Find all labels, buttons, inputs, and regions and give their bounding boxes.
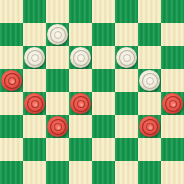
white-man[interactable] [70, 47, 91, 68]
square-r7c3 [69, 161, 92, 184]
square-r7c4[interactable] [92, 161, 115, 184]
red-man[interactable] [70, 93, 91, 114]
square-r1c4[interactable] [92, 23, 115, 46]
square-r0c5[interactable] [115, 0, 138, 23]
square-r1c1 [23, 23, 46, 46]
square-r6c3[interactable] [69, 138, 92, 161]
square-r1c2[interactable] [46, 23, 69, 46]
square-r0c1[interactable] [23, 0, 46, 23]
square-r4c2 [46, 92, 69, 115]
square-r4c6 [138, 92, 161, 115]
red-man[interactable] [47, 116, 68, 137]
square-r5c7 [161, 115, 184, 138]
square-r3c5 [115, 69, 138, 92]
square-r1c3 [69, 23, 92, 46]
square-r3c7 [161, 69, 184, 92]
square-r4c3[interactable] [69, 92, 92, 115]
square-r4c4 [92, 92, 115, 115]
white-man[interactable] [47, 24, 68, 45]
square-r7c7 [161, 161, 184, 184]
square-r3c6[interactable] [138, 69, 161, 92]
square-r2c3[interactable] [69, 46, 92, 69]
square-r7c6[interactable] [138, 161, 161, 184]
white-man[interactable] [24, 47, 45, 68]
square-r0c0 [0, 0, 23, 23]
square-r5c3 [69, 115, 92, 138]
square-r5c6[interactable] [138, 115, 161, 138]
square-r0c7[interactable] [161, 0, 184, 23]
white-man[interactable] [116, 47, 137, 68]
square-r2c6 [138, 46, 161, 69]
square-r6c0 [0, 138, 23, 161]
square-r2c2 [46, 46, 69, 69]
square-r5c5 [115, 115, 138, 138]
square-r3c4[interactable] [92, 69, 115, 92]
square-r3c0[interactable] [0, 69, 23, 92]
square-r5c1 [23, 115, 46, 138]
square-r2c7[interactable] [161, 46, 184, 69]
square-r1c7 [161, 23, 184, 46]
square-r7c1 [23, 161, 46, 184]
square-r4c7[interactable] [161, 92, 184, 115]
square-r7c5 [115, 161, 138, 184]
red-man[interactable] [139, 116, 160, 137]
square-r6c4 [92, 138, 115, 161]
square-r3c2[interactable] [46, 69, 69, 92]
square-r2c1[interactable] [23, 46, 46, 69]
red-man[interactable] [162, 93, 183, 114]
checkers-board [0, 0, 184, 184]
square-r4c1[interactable] [23, 92, 46, 115]
square-r1c5 [115, 23, 138, 46]
square-r3c1 [23, 69, 46, 92]
square-r4c0 [0, 92, 23, 115]
square-r2c0 [0, 46, 23, 69]
square-r1c0[interactable] [0, 23, 23, 46]
square-r1c6[interactable] [138, 23, 161, 46]
square-r6c1[interactable] [23, 138, 46, 161]
square-r0c6 [138, 0, 161, 23]
square-r5c4[interactable] [92, 115, 115, 138]
square-r6c7[interactable] [161, 138, 184, 161]
square-r0c4 [92, 0, 115, 23]
square-r7c0[interactable] [0, 161, 23, 184]
square-r3c3 [69, 69, 92, 92]
red-man[interactable] [24, 93, 45, 114]
square-r2c4 [92, 46, 115, 69]
square-r0c3[interactable] [69, 0, 92, 23]
square-r5c0[interactable] [0, 115, 23, 138]
square-r7c2[interactable] [46, 161, 69, 184]
square-r0c2 [46, 0, 69, 23]
red-man[interactable] [1, 70, 22, 91]
square-r2c5[interactable] [115, 46, 138, 69]
square-r4c5[interactable] [115, 92, 138, 115]
square-r6c2 [46, 138, 69, 161]
white-man[interactable] [139, 70, 160, 91]
square-r6c5[interactable] [115, 138, 138, 161]
square-r6c6 [138, 138, 161, 161]
square-r5c2[interactable] [46, 115, 69, 138]
